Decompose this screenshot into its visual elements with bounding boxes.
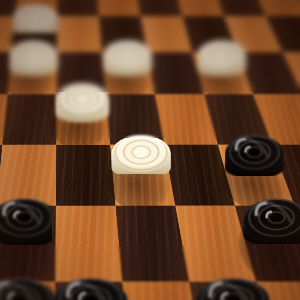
white-piece[interactable] [55, 77, 109, 123]
piece-top-rings [111, 135, 170, 172]
piece-top-rings [54, 278, 128, 300]
square-r7c5[interactable] [189, 282, 283, 300]
piece-top-rings [225, 135, 284, 172]
piece-top-rings [55, 83, 109, 117]
black-piece[interactable] [0, 77, 6, 123]
square-r7c3[interactable] [55, 282, 131, 300]
square-r3c4[interactable] [102, 52, 155, 94]
piece-top-rings [103, 40, 152, 71]
black-piece[interactable] [225, 129, 284, 179]
black-piece[interactable] [196, 270, 270, 300]
piece-top-rings [196, 278, 270, 300]
checkers-board [0, 0, 300, 300]
square-r5c3[interactable] [56, 145, 116, 206]
perspective-container [0, 0, 300, 300]
piece-top-rings [197, 40, 246, 71]
black-piece[interactable] [0, 270, 57, 300]
white-piece[interactable] [197, 35, 246, 77]
black-piece[interactable] [54, 270, 128, 300]
checkers-photo-scene [0, 0, 300, 300]
white-piece[interactable] [103, 35, 152, 77]
square-r1c3[interactable] [57, 0, 99, 16]
square-r5c4[interactable] [110, 145, 175, 206]
square-r3c6[interactable] [192, 52, 253, 94]
square-r4c2[interactable] [2, 94, 56, 144]
square-r2c3[interactable] [57, 16, 102, 52]
piece-top-rings [9, 40, 58, 71]
black-piece[interactable] [0, 191, 57, 247]
square-r1c6[interactable] [174, 0, 224, 16]
white-piece[interactable] [13, 0, 58, 38]
square-r7c2[interactable] [0, 282, 55, 300]
black-piece[interactable] [243, 191, 300, 247]
square-r4c3[interactable] [56, 94, 110, 144]
piece-top-rings [243, 198, 300, 240]
square-r1c4[interactable] [96, 0, 140, 16]
board-frame [0, 0, 300, 300]
square-r3c2[interactable] [8, 52, 57, 94]
piece-top-rings [13, 4, 58, 33]
square-r1c5[interactable] [135, 0, 182, 16]
piece-top-rings [0, 278, 57, 300]
white-piece[interactable] [9, 35, 58, 77]
white-piece[interactable] [111, 129, 170, 179]
